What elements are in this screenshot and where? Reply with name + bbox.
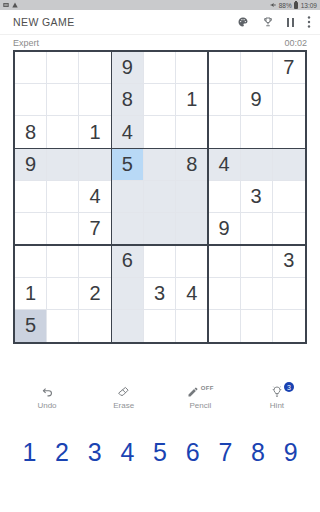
cell-r9c4[interactable] (112, 310, 144, 342)
app-bar: NEW GAME (0, 10, 320, 35)
cell-r2c9[interactable] (273, 84, 305, 116)
cell-r8c5[interactable]: 3 (144, 278, 176, 310)
difficulty-label: Expert (13, 38, 39, 48)
sudoku-board: 97819814958443796312345 (13, 50, 307, 344)
cell-r7c3[interactable] (79, 245, 111, 277)
cell-r5c3[interactable]: 4 (79, 181, 111, 213)
page-title: NEW GAME (13, 16, 75, 28)
cell-r3c1[interactable]: 8 (15, 116, 47, 148)
cell-r2c7[interactable] (208, 84, 240, 116)
cell-r8c4[interactable] (112, 278, 144, 310)
hint-count-badge: 3 (284, 382, 294, 392)
cell-r6c5[interactable] (144, 213, 176, 245)
cell-r7c5[interactable] (144, 245, 176, 277)
cell-r1c6[interactable] (176, 52, 208, 84)
numpad-6[interactable]: 6 (176, 435, 209, 469)
info-bar: Expert 00:02 (0, 35, 320, 50)
cell-r6c1[interactable] (15, 213, 47, 245)
cell-r7c9[interactable]: 3 (273, 245, 305, 277)
cell-r7c6[interactable] (176, 245, 208, 277)
toolbar: Undo Erase OFF Pencil 3 Hint (0, 385, 320, 410)
sudoku-grid: 97819814958443796312345 (15, 52, 305, 342)
cell-r4c5[interactable] (144, 149, 176, 181)
battery-icon (294, 2, 298, 9)
numpad-5[interactable]: 5 (144, 435, 177, 469)
overflow-menu-icon[interactable] (307, 16, 311, 28)
pencil-icon (187, 386, 199, 398)
cell-r3c3[interactable]: 1 (79, 116, 111, 148)
cell-r6c8[interactable] (241, 213, 273, 245)
cell-r4c2[interactable] (47, 149, 79, 181)
cell-r1c7[interactable] (208, 52, 240, 84)
cell-r1c5[interactable] (144, 52, 176, 84)
pencil-label: Pencil (189, 401, 211, 410)
cell-r9c9[interactable] (273, 310, 305, 342)
mute-icon (270, 2, 276, 8)
cell-r7c8[interactable] (241, 245, 273, 277)
cell-r3c7[interactable] (208, 116, 240, 148)
cell-r2c3[interactable] (79, 84, 111, 116)
cell-r8c2[interactable] (47, 278, 79, 310)
cell-r4c4[interactable]: 5 (112, 149, 144, 181)
numpad-2[interactable]: 2 (46, 435, 79, 469)
hint-label: Hint (270, 401, 284, 410)
cell-r7c1[interactable] (15, 245, 47, 277)
cell-r4c7[interactable]: 4 (208, 149, 240, 181)
cell-r3c4[interactable]: 4 (112, 116, 144, 148)
screenshot-icon (3, 2, 9, 8)
cell-r9c8[interactable] (241, 310, 273, 342)
cell-r8c3[interactable]: 2 (79, 278, 111, 310)
warning-icon (12, 2, 18, 8)
cell-r6c7[interactable]: 9 (208, 213, 240, 245)
hint-button[interactable]: 3 Hint (260, 385, 294, 410)
cell-r6c3[interactable]: 7 (79, 213, 111, 245)
undo-label: Undo (37, 401, 56, 410)
cell-r9c3[interactable] (79, 310, 111, 342)
cell-r1c9[interactable]: 7 (273, 52, 305, 84)
undo-button[interactable]: Undo (30, 385, 64, 410)
cell-r9c1[interactable]: 5 (15, 310, 47, 342)
cell-r3c8[interactable] (241, 116, 273, 148)
cell-r5c7[interactable] (208, 181, 240, 213)
cell-r8c1[interactable]: 1 (15, 278, 47, 310)
cell-r8c7[interactable] (208, 278, 240, 310)
cell-r8c8[interactable] (241, 278, 273, 310)
number-pad: 123456789 (13, 435, 307, 469)
cell-r9c7[interactable] (208, 310, 240, 342)
cell-r5c9[interactable] (273, 181, 305, 213)
erase-label: Erase (113, 401, 134, 410)
cell-r8c6[interactable]: 4 (176, 278, 208, 310)
eraser-icon (117, 385, 130, 398)
cell-r1c2[interactable] (47, 52, 79, 84)
cell-r2c8[interactable]: 9 (241, 84, 273, 116)
numpad-7[interactable]: 7 (209, 435, 242, 469)
cell-r6c4[interactable] (112, 213, 144, 245)
cell-r1c8[interactable] (241, 52, 273, 84)
cell-r1c3[interactable] (79, 52, 111, 84)
cell-r6c9[interactable] (273, 213, 305, 245)
trophy-icon[interactable] (262, 16, 274, 28)
cell-r5c4[interactable] (112, 181, 144, 213)
cell-r7c7[interactable] (208, 245, 240, 277)
cell-r3c9[interactable] (273, 116, 305, 148)
cell-r1c1[interactable] (15, 52, 47, 84)
cell-r3c6[interactable] (176, 116, 208, 148)
cell-r4c8[interactable] (241, 149, 273, 181)
pencil-button[interactable]: OFF Pencil (183, 385, 217, 410)
cell-r2c4[interactable]: 8 (112, 84, 144, 116)
cell-r3c2[interactable] (47, 116, 79, 148)
cell-r5c1[interactable] (15, 181, 47, 213)
numpad-8[interactable]: 8 (242, 435, 275, 469)
battery-percent: 88% (279, 2, 292, 9)
lightbulb-icon (271, 385, 283, 398)
status-bar: 88% 13:09 (0, 0, 320, 10)
cell-r8c9[interactable] (273, 278, 305, 310)
cell-r5c6[interactable] (176, 181, 208, 213)
numpad-3[interactable]: 3 (78, 435, 111, 469)
cell-r5c2[interactable] (47, 181, 79, 213)
cell-r5c8[interactable]: 3 (241, 181, 273, 213)
undo-icon (41, 385, 54, 398)
erase-button[interactable]: Erase (107, 385, 141, 410)
cell-r9c5[interactable] (144, 310, 176, 342)
cell-r2c1[interactable] (15, 84, 47, 116)
cell-r4c1[interactable]: 9 (15, 149, 47, 181)
cell-r4c9[interactable] (273, 149, 305, 181)
cell-r6c6[interactable] (176, 213, 208, 245)
cell-r2c5[interactable] (144, 84, 176, 116)
cell-r7c4[interactable]: 6 (112, 245, 144, 277)
cell-r7c2[interactable] (47, 245, 79, 277)
palette-icon[interactable] (237, 16, 249, 28)
pencil-state-badge: OFF (201, 385, 214, 391)
cell-r2c6[interactable]: 1 (176, 84, 208, 116)
cell-r1c4[interactable]: 9 (112, 52, 144, 84)
game-timer: 00:02 (284, 38, 307, 48)
cell-r4c6[interactable]: 8 (176, 149, 208, 181)
cell-r9c2[interactable] (47, 310, 79, 342)
cell-r2c2[interactable] (47, 84, 79, 116)
cell-r9c6[interactable] (176, 310, 208, 342)
cell-r3c5[interactable] (144, 116, 176, 148)
status-time: 13:09 (301, 2, 317, 9)
numpad-4[interactable]: 4 (111, 435, 144, 469)
cell-r6c2[interactable] (47, 213, 79, 245)
cell-r5c5[interactable] (144, 181, 176, 213)
numpad-1[interactable]: 1 (13, 435, 46, 469)
cell-r4c3[interactable] (79, 149, 111, 181)
numpad-9[interactable]: 9 (274, 435, 307, 469)
pause-button[interactable] (287, 18, 295, 27)
